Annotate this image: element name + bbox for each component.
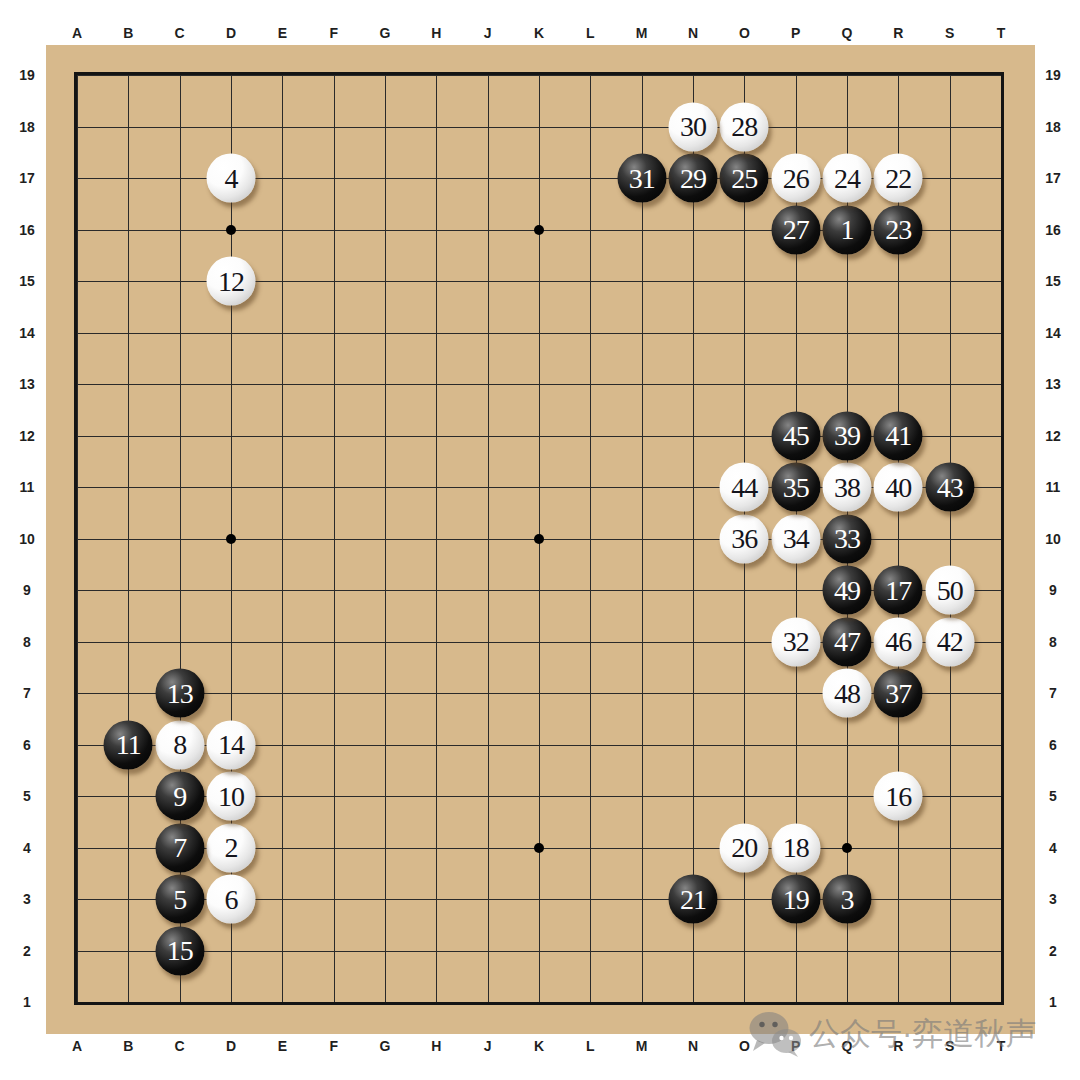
row-label-right-13: 13 bbox=[1045, 376, 1061, 392]
stone-black-29: 29 bbox=[669, 154, 718, 203]
col-label-top-P: P bbox=[791, 25, 800, 41]
stone-black-33: 33 bbox=[823, 514, 872, 563]
stones-layer: 1234567891011121314151617181920212223242… bbox=[77, 75, 1001, 1002]
col-label-top-N: N bbox=[688, 25, 698, 41]
col-label-bottom-O: O bbox=[739, 1038, 750, 1054]
col-label-top-H: H bbox=[431, 25, 441, 41]
stone-black-31: 31 bbox=[617, 154, 666, 203]
col-label-top-B: B bbox=[123, 25, 133, 41]
col-label-top-D: D bbox=[226, 25, 236, 41]
col-label-bottom-Q: Q bbox=[842, 1038, 853, 1054]
row-label-left-8: 8 bbox=[23, 634, 31, 650]
row-label-left-2: 2 bbox=[23, 943, 31, 959]
row-label-left-11: 11 bbox=[20, 479, 35, 495]
stone-black-21: 21 bbox=[669, 875, 718, 924]
stone-black-13: 13 bbox=[155, 669, 204, 718]
row-label-right-1: 1 bbox=[1049, 994, 1057, 1010]
row-label-right-4: 4 bbox=[1049, 840, 1057, 856]
row-label-right-19: 19 bbox=[1045, 67, 1061, 83]
row-label-left-7: 7 bbox=[23, 685, 31, 701]
stone-white-34: 34 bbox=[771, 514, 820, 563]
stone-white-14: 14 bbox=[207, 720, 256, 769]
col-label-bottom-N: N bbox=[688, 1038, 698, 1054]
stone-white-8: 8 bbox=[155, 720, 204, 769]
row-label-right-17: 17 bbox=[1045, 170, 1061, 186]
row-label-left-14: 14 bbox=[19, 325, 35, 341]
stone-black-45: 45 bbox=[771, 411, 820, 460]
row-label-left-1: 1 bbox=[23, 994, 31, 1010]
stone-black-49: 49 bbox=[823, 566, 872, 615]
stone-white-42: 42 bbox=[925, 617, 974, 666]
stone-black-19: 19 bbox=[771, 875, 820, 924]
row-label-right-5: 5 bbox=[1049, 788, 1057, 804]
stone-white-48: 48 bbox=[823, 669, 872, 718]
stone-black-43: 43 bbox=[925, 463, 974, 512]
stone-black-25: 25 bbox=[720, 154, 769, 203]
row-label-right-6: 6 bbox=[1049, 737, 1057, 753]
row-label-left-3: 3 bbox=[23, 891, 31, 907]
col-label-top-O: O bbox=[739, 25, 750, 41]
col-label-bottom-M: M bbox=[636, 1038, 648, 1054]
col-label-bottom-E: E bbox=[278, 1038, 287, 1054]
row-label-left-16: 16 bbox=[19, 222, 35, 238]
row-label-left-12: 12 bbox=[19, 428, 35, 444]
stone-white-30: 30 bbox=[669, 102, 718, 151]
col-label-top-R: R bbox=[893, 25, 903, 41]
stone-black-41: 41 bbox=[874, 411, 923, 460]
row-label-left-13: 13 bbox=[19, 376, 35, 392]
col-label-top-M: M bbox=[636, 25, 648, 41]
col-label-bottom-D: D bbox=[226, 1038, 236, 1054]
row-label-right-14: 14 bbox=[1045, 325, 1061, 341]
stone-white-22: 22 bbox=[874, 154, 923, 203]
stone-black-11: 11 bbox=[104, 720, 153, 769]
stone-white-6: 6 bbox=[207, 875, 256, 924]
col-label-bottom-C: C bbox=[175, 1038, 185, 1054]
stone-white-28: 28 bbox=[720, 102, 769, 151]
goban-background: 1234567891011121314151617181920212223242… bbox=[46, 45, 1035, 1034]
col-label-top-A: A bbox=[72, 25, 82, 41]
stone-white-18: 18 bbox=[771, 823, 820, 872]
row-label-right-16: 16 bbox=[1045, 222, 1061, 238]
row-label-right-15: 15 bbox=[1045, 273, 1061, 289]
col-label-bottom-L: L bbox=[586, 1038, 595, 1054]
stone-white-32: 32 bbox=[771, 617, 820, 666]
col-label-top-Q: Q bbox=[842, 25, 853, 41]
col-label-bottom-A: A bbox=[72, 1038, 82, 1054]
stone-white-26: 26 bbox=[771, 154, 820, 203]
row-label-right-2: 2 bbox=[1049, 943, 1057, 959]
stone-white-38: 38 bbox=[823, 463, 872, 512]
stone-black-3: 3 bbox=[823, 875, 872, 924]
stone-black-15: 15 bbox=[155, 926, 204, 975]
row-label-right-11: 11 bbox=[1046, 479, 1061, 495]
stone-black-9: 9 bbox=[155, 772, 204, 821]
col-label-top-F: F bbox=[329, 25, 338, 41]
col-label-bottom-T: T bbox=[997, 1038, 1006, 1054]
col-label-bottom-S: S bbox=[945, 1038, 954, 1054]
stone-black-35: 35 bbox=[771, 463, 820, 512]
col-label-bottom-F: F bbox=[329, 1038, 338, 1054]
row-label-left-19: 19 bbox=[19, 67, 35, 83]
row-label-right-7: 7 bbox=[1049, 685, 1057, 701]
col-label-top-G: G bbox=[380, 25, 391, 41]
col-label-bottom-H: H bbox=[431, 1038, 441, 1054]
row-label-left-4: 4 bbox=[23, 840, 31, 856]
row-label-left-18: 18 bbox=[19, 119, 35, 135]
stone-black-1: 1 bbox=[823, 205, 872, 254]
stone-black-7: 7 bbox=[155, 823, 204, 872]
row-label-right-8: 8 bbox=[1049, 634, 1057, 650]
col-label-top-C: C bbox=[175, 25, 185, 41]
stone-black-17: 17 bbox=[874, 566, 923, 615]
row-label-left-6: 6 bbox=[23, 737, 31, 753]
stone-white-44: 44 bbox=[720, 463, 769, 512]
row-label-left-17: 17 bbox=[19, 170, 35, 186]
col-label-top-E: E bbox=[278, 25, 287, 41]
row-label-left-5: 5 bbox=[23, 788, 31, 804]
stone-white-16: 16 bbox=[874, 772, 923, 821]
stone-white-20: 20 bbox=[720, 823, 769, 872]
col-label-bottom-B: B bbox=[123, 1038, 133, 1054]
col-label-top-T: T bbox=[997, 25, 1006, 41]
stone-white-10: 10 bbox=[207, 772, 256, 821]
stone-black-23: 23 bbox=[874, 205, 923, 254]
row-label-right-10: 10 bbox=[1045, 531, 1061, 547]
stone-white-50: 50 bbox=[925, 566, 974, 615]
row-label-left-9: 9 bbox=[23, 582, 31, 598]
col-label-bottom-R: R bbox=[893, 1038, 903, 1054]
col-label-top-K: K bbox=[534, 25, 544, 41]
col-label-bottom-P: P bbox=[791, 1038, 800, 1054]
stone-black-27: 27 bbox=[771, 205, 820, 254]
row-label-right-18: 18 bbox=[1045, 119, 1061, 135]
row-label-right-12: 12 bbox=[1045, 428, 1061, 444]
col-label-bottom-G: G bbox=[380, 1038, 391, 1054]
stone-black-47: 47 bbox=[823, 617, 872, 666]
stone-white-2: 2 bbox=[207, 823, 256, 872]
stone-white-40: 40 bbox=[874, 463, 923, 512]
row-label-left-15: 15 bbox=[19, 273, 35, 289]
col-label-top-S: S bbox=[945, 25, 954, 41]
row-label-right-9: 9 bbox=[1049, 582, 1057, 598]
stone-white-46: 46 bbox=[874, 617, 923, 666]
col-label-top-J: J bbox=[484, 25, 492, 41]
stone-black-39: 39 bbox=[823, 411, 872, 460]
row-label-right-3: 3 bbox=[1049, 891, 1057, 907]
stone-white-4: 4 bbox=[207, 154, 256, 203]
col-label-bottom-K: K bbox=[534, 1038, 544, 1054]
stone-white-12: 12 bbox=[207, 257, 256, 306]
stone-white-24: 24 bbox=[823, 154, 872, 203]
row-label-left-10: 10 bbox=[19, 531, 35, 547]
col-label-top-L: L bbox=[586, 25, 595, 41]
stone-black-37: 37 bbox=[874, 669, 923, 718]
stone-black-5: 5 bbox=[155, 875, 204, 924]
stone-white-36: 36 bbox=[720, 514, 769, 563]
col-label-bottom-J: J bbox=[484, 1038, 492, 1054]
